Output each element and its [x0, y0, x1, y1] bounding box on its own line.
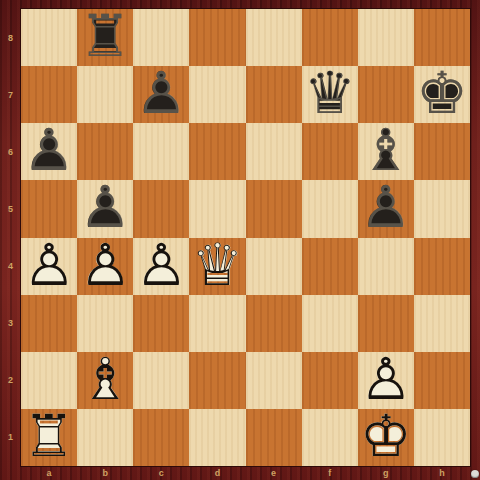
square-d1[interactable]	[189, 409, 245, 466]
piece-black-king[interactable]: ♚♔	[414, 66, 470, 123]
square-f4[interactable]	[302, 238, 358, 295]
file-label-e: e	[246, 466, 302, 480]
file-label-a: a	[21, 466, 77, 480]
square-a4[interactable]: ♟♙	[21, 238, 77, 295]
square-g4[interactable]	[358, 238, 414, 295]
square-e2[interactable]	[246, 352, 302, 409]
square-c5[interactable]	[133, 180, 189, 237]
piece-outline-glyph: ♙	[135, 64, 187, 122]
square-d5[interactable]	[189, 180, 245, 237]
piece-outline-glyph: ♙	[360, 350, 412, 408]
square-d8[interactable]	[189, 9, 245, 66]
square-b7[interactable]	[77, 66, 133, 123]
square-f8[interactable]	[302, 9, 358, 66]
square-c6[interactable]	[133, 123, 189, 180]
piece-white-queen[interactable]: ♛♕	[189, 238, 245, 295]
square-e5[interactable]	[246, 180, 302, 237]
square-h5[interactable]	[414, 180, 470, 237]
rank-label-6: 6	[0, 123, 21, 180]
square-d7[interactable]	[189, 66, 245, 123]
piece-outline-glyph: ♕	[191, 236, 243, 294]
square-b3[interactable]	[77, 295, 133, 352]
piece-outline-glyph: ♙	[23, 121, 75, 179]
square-h6[interactable]	[414, 123, 470, 180]
white-to-move-indicator	[471, 470, 479, 478]
square-a7[interactable]	[21, 66, 77, 123]
rank-label-1: 1	[0, 409, 21, 466]
square-f2[interactable]	[302, 352, 358, 409]
chess-board[interactable]: ♜♖♟♙♛♕♚♔♟♙♝♗♟♙♟♙♟♙♟♙♟♙♛♕♝♗♟♙♜♖♚♔	[21, 9, 470, 466]
piece-white-king[interactable]: ♚♔	[358, 409, 414, 466]
square-a2[interactable]	[21, 352, 77, 409]
file-label-c: c	[133, 466, 189, 480]
square-f7[interactable]: ♛♕	[302, 66, 358, 123]
file-label-f: f	[302, 466, 358, 480]
square-e4[interactable]	[246, 238, 302, 295]
piece-outline-glyph: ♖	[79, 7, 131, 65]
square-h4[interactable]	[414, 238, 470, 295]
square-e3[interactable]	[246, 295, 302, 352]
piece-white-pawn[interactable]: ♟♙	[133, 238, 189, 295]
square-a3[interactable]	[21, 295, 77, 352]
file-label-d: d	[189, 466, 245, 480]
file-label-g: g	[358, 466, 414, 480]
square-g6[interactable]: ♝♗	[358, 123, 414, 180]
square-b8[interactable]: ♜♖	[77, 9, 133, 66]
piece-outline-glyph: ♙	[79, 236, 131, 294]
rank-label-2: 2	[0, 352, 21, 409]
piece-outline-glyph: ♗	[79, 350, 131, 408]
piece-white-pawn[interactable]: ♟♙	[358, 352, 414, 409]
square-e8[interactable]	[246, 9, 302, 66]
square-c7[interactable]: ♟♙	[133, 66, 189, 123]
piece-white-pawn[interactable]: ♟♙	[21, 238, 77, 295]
square-g5[interactable]: ♟♙	[358, 180, 414, 237]
file-label-h: h	[414, 466, 470, 480]
square-b4[interactable]: ♟♙	[77, 238, 133, 295]
piece-outline-glyph: ♙	[135, 236, 187, 294]
piece-black-bishop[interactable]: ♝♗	[358, 123, 414, 180]
piece-outline-glyph: ♙	[79, 178, 131, 236]
piece-black-pawn[interactable]: ♟♙	[21, 123, 77, 180]
rank-label-7: 7	[0, 66, 21, 123]
rank-label-8: 8	[0, 9, 21, 66]
rank-label-5: 5	[0, 180, 21, 237]
piece-white-rook[interactable]: ♜♖	[21, 409, 77, 466]
file-labels: abcdefgh	[21, 466, 470, 480]
piece-outline-glyph: ♔	[360, 407, 412, 465]
square-h7[interactable]: ♚♔	[414, 66, 470, 123]
piece-black-pawn[interactable]: ♟♙	[77, 180, 133, 237]
square-g7[interactable]	[358, 66, 414, 123]
piece-outline-glyph: ♖	[23, 407, 75, 465]
square-b6[interactable]	[77, 123, 133, 180]
square-g8[interactable]	[358, 9, 414, 66]
file-label-b: b	[77, 466, 133, 480]
piece-black-rook[interactable]: ♜♖	[77, 9, 133, 66]
square-g2[interactable]: ♟♙	[358, 352, 414, 409]
piece-outline-glyph: ♗	[360, 121, 412, 179]
piece-outline-glyph: ♙	[360, 178, 412, 236]
square-e6[interactable]	[246, 123, 302, 180]
piece-black-pawn[interactable]: ♟♙	[133, 66, 189, 123]
square-a6[interactable]: ♟♙	[21, 123, 77, 180]
square-b5[interactable]: ♟♙	[77, 180, 133, 237]
piece-white-bishop[interactable]: ♝♗	[77, 352, 133, 409]
square-f6[interactable]	[302, 123, 358, 180]
piece-white-pawn[interactable]: ♟♙	[77, 238, 133, 295]
square-b1[interactable]	[77, 409, 133, 466]
square-h2[interactable]	[414, 352, 470, 409]
square-c2[interactable]	[133, 352, 189, 409]
square-a8[interactable]	[21, 9, 77, 66]
square-d3[interactable]	[189, 295, 245, 352]
square-g3[interactable]	[358, 295, 414, 352]
square-f3[interactable]	[302, 295, 358, 352]
square-g1[interactable]: ♚♔	[358, 409, 414, 466]
piece-outline-glyph: ♔	[416, 64, 468, 122]
rank-label-3: 3	[0, 295, 21, 352]
square-f5[interactable]	[302, 180, 358, 237]
square-d4[interactable]: ♛♕	[189, 238, 245, 295]
square-d2[interactable]	[189, 352, 245, 409]
piece-outline-glyph: ♙	[23, 236, 75, 294]
square-h3[interactable]	[414, 295, 470, 352]
piece-black-queen[interactable]: ♛♕	[302, 66, 358, 123]
square-a5[interactable]	[21, 180, 77, 237]
rank-labels: 87654321	[0, 9, 21, 466]
rank-label-4: 4	[0, 238, 21, 295]
square-e7[interactable]	[246, 66, 302, 123]
square-h8[interactable]	[414, 9, 470, 66]
piece-outline-glyph: ♕	[304, 64, 356, 122]
chess-board-frame: 87654321 ♜♖♟♙♛♕♚♔♟♙♝♗♟♙♟♙♟♙♟♙♟♙♛♕♝♗♟♙♜♖♚…	[0, 0, 480, 480]
square-b2[interactable]: ♝♗	[77, 352, 133, 409]
square-f1[interactable]	[302, 409, 358, 466]
square-d6[interactable]	[189, 123, 245, 180]
square-e1[interactable]	[246, 409, 302, 466]
square-c8[interactable]	[133, 9, 189, 66]
square-h1[interactable]	[414, 409, 470, 466]
square-c4[interactable]: ♟♙	[133, 238, 189, 295]
square-c3[interactable]	[133, 295, 189, 352]
square-c1[interactable]	[133, 409, 189, 466]
square-a1[interactable]: ♜♖	[21, 409, 77, 466]
piece-black-pawn[interactable]: ♟♙	[358, 180, 414, 237]
